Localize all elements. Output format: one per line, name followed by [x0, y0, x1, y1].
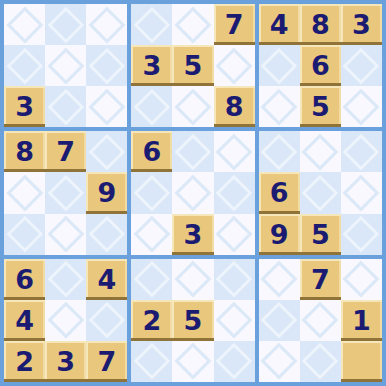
diamond-pattern — [175, 175, 212, 212]
diamond-pattern — [261, 302, 298, 339]
diamond-pattern — [134, 343, 171, 380]
cell-r1c2[interactable] — [45, 4, 86, 45]
cell-r8c2[interactable] — [45, 300, 86, 341]
cell-r4c6[interactable] — [214, 131, 255, 172]
cell-r4c8[interactable] — [300, 131, 341, 172]
cell-r1c4[interactable] — [131, 4, 172, 45]
box-2-3: 695 — [259, 131, 382, 254]
diamond-pattern — [261, 134, 298, 171]
diamond-pattern — [302, 343, 339, 380]
diamond-pattern — [47, 216, 84, 253]
box-1-1: 3 — [4, 4, 127, 127]
cell-r3c9[interactable] — [341, 86, 382, 127]
cell-r8c5: 5 — [172, 300, 213, 341]
cell-r9c7[interactable] — [259, 341, 300, 382]
cell-r2c6[interactable] — [214, 45, 255, 86]
diamond-pattern — [216, 175, 253, 212]
diamond-pattern — [261, 343, 298, 380]
diamond-pattern — [216, 47, 253, 84]
diamond-pattern — [343, 134, 380, 171]
diamond-pattern — [134, 88, 171, 125]
cell-r2c7[interactable] — [259, 45, 300, 86]
diamond-pattern — [88, 134, 125, 171]
diamond-pattern — [343, 216, 380, 253]
diamond-pattern — [343, 175, 380, 212]
cell-r5c3: 9 — [86, 172, 127, 213]
box-3-2: 25 — [131, 259, 254, 382]
cell-r6c7: 9 — [259, 214, 300, 255]
box-2-2: 63 — [131, 131, 254, 254]
cell-r1c7: 4 — [259, 4, 300, 45]
cell-r3c3[interactable] — [86, 86, 127, 127]
box-2-1: 879 — [4, 131, 127, 254]
cell-r5c4[interactable] — [131, 172, 172, 213]
diamond-pattern — [6, 175, 43, 212]
cell-r5c1[interactable] — [4, 172, 45, 213]
cell-r9c8[interactable] — [300, 341, 341, 382]
cell-r9c3: 7 — [86, 341, 127, 382]
cell-r5c6[interactable] — [214, 172, 255, 213]
cell-r9c6[interactable] — [214, 341, 255, 382]
sudoku-board: 3735848365879636956442372571 — [0, 0, 386, 386]
cell-r3c2[interactable] — [45, 86, 86, 127]
cell-r7c9[interactable] — [341, 259, 382, 300]
cell-r6c8: 5 — [300, 214, 341, 255]
cell-r3c5[interactable] — [172, 86, 213, 127]
cell-r7c7[interactable] — [259, 259, 300, 300]
cell-r2c4: 3 — [131, 45, 172, 86]
cell-r9c1: 2 — [4, 341, 45, 382]
cell-r8c6[interactable] — [214, 300, 255, 341]
diamond-pattern — [6, 216, 43, 253]
cell-r8c7[interactable] — [259, 300, 300, 341]
diamond-pattern — [134, 216, 171, 253]
cell-r7c3: 4 — [86, 259, 127, 300]
diamond-pattern — [88, 88, 125, 125]
diamond-pattern — [88, 302, 125, 339]
diamond-pattern — [6, 6, 43, 43]
cell-r1c9: 3 — [341, 4, 382, 45]
diamond-pattern — [175, 88, 212, 125]
cell-r8c1: 4 — [4, 300, 45, 341]
diamond-pattern — [88, 47, 125, 84]
box-3-3: 71 — [259, 259, 382, 382]
cell-r2c1[interactable] — [4, 45, 45, 86]
cell-r2c9[interactable] — [341, 45, 382, 86]
cell-r1c1[interactable] — [4, 4, 45, 45]
diamond-pattern — [47, 6, 84, 43]
cell-r7c1: 6 — [4, 259, 45, 300]
cell-r1c8: 8 — [300, 4, 341, 45]
cell-r6c9[interactable] — [341, 214, 382, 255]
cell-r4c4: 6 — [131, 131, 172, 172]
diamond-pattern — [261, 47, 298, 84]
cell-r9c4[interactable] — [131, 341, 172, 382]
cell-r8c3[interactable] — [86, 300, 127, 341]
diamond-pattern — [302, 175, 339, 212]
diamond-pattern — [175, 343, 212, 380]
cell-r7c8: 7 — [300, 259, 341, 300]
cell-r4c2: 7 — [45, 131, 86, 172]
diamond-pattern — [6, 47, 43, 84]
diamond-pattern — [88, 6, 125, 43]
box-1-2: 7358 — [131, 4, 254, 127]
cell-r5c9[interactable] — [341, 172, 382, 213]
cell-r7c6[interactable] — [214, 259, 255, 300]
cell-r2c3[interactable] — [86, 45, 127, 86]
diamond-pattern — [134, 261, 171, 298]
diamond-pattern — [216, 302, 253, 339]
cell-r6c1[interactable] — [4, 214, 45, 255]
box-3-1: 644237 — [4, 259, 127, 382]
cell-r8c8[interactable] — [300, 300, 341, 341]
cell-r4c9[interactable] — [341, 131, 382, 172]
diamond-pattern — [134, 6, 171, 43]
diamond-pattern — [134, 175, 171, 212]
diamond-pattern — [261, 88, 298, 125]
cell-r3c1: 3 — [4, 86, 45, 127]
diamond-pattern — [216, 216, 253, 253]
cell-r5c8[interactable] — [300, 172, 341, 213]
cell-r3c4[interactable] — [131, 86, 172, 127]
cell-r5c5[interactable] — [172, 172, 213, 213]
diamond-pattern — [343, 88, 380, 125]
cell-r6c5: 3 — [172, 214, 213, 255]
cell-r3c6: 8 — [214, 86, 255, 127]
diamond-pattern — [343, 47, 380, 84]
cell-r4c7[interactable] — [259, 131, 300, 172]
cell-r8c9: 1 — [341, 300, 382, 341]
diamond-pattern — [175, 6, 212, 43]
cell-r2c5: 5 — [172, 45, 213, 86]
cell-r1c5[interactable] — [172, 4, 213, 45]
cell-r6c4[interactable] — [131, 214, 172, 255]
cell-r6c6[interactable] — [214, 214, 255, 255]
cell-r4c1: 8 — [4, 131, 45, 172]
cell-r1c6: 7 — [214, 4, 255, 45]
diamond-pattern — [88, 216, 125, 253]
cell-r3c7[interactable] — [259, 86, 300, 127]
cell-r2c8: 6 — [300, 45, 341, 86]
cell-r7c2[interactable] — [45, 259, 86, 300]
cell-r7c5[interactable] — [172, 259, 213, 300]
cell-r5c2[interactable] — [45, 172, 86, 213]
diamond-pattern — [47, 175, 84, 212]
diamond-pattern — [302, 134, 339, 171]
cell-r2c2[interactable] — [45, 45, 86, 86]
diamond-pattern — [47, 47, 84, 84]
diamond-pattern — [261, 261, 298, 298]
diamond-pattern — [175, 261, 212, 298]
cell-r9c9 — [341, 341, 382, 382]
cell-r3c8: 5 — [300, 86, 341, 127]
cell-r8c4: 2 — [131, 300, 172, 341]
diamond-pattern — [343, 261, 380, 298]
box-1-3: 48365 — [259, 4, 382, 127]
cell-r4c3[interactable] — [86, 131, 127, 172]
diamond-pattern — [47, 88, 84, 125]
cell-r5c7: 6 — [259, 172, 300, 213]
diamond-pattern — [302, 302, 339, 339]
diamond-pattern — [216, 261, 253, 298]
diamond-pattern — [47, 302, 84, 339]
diamond-pattern — [216, 134, 253, 171]
cell-r9c5[interactable] — [172, 341, 213, 382]
diamond-pattern — [47, 261, 84, 298]
cell-r1c3[interactable] — [86, 4, 127, 45]
cell-r4c5[interactable] — [172, 131, 213, 172]
cell-r7c4[interactable] — [131, 259, 172, 300]
cell-r6c3[interactable] — [86, 214, 127, 255]
cell-r6c2[interactable] — [45, 214, 86, 255]
cell-r9c2: 3 — [45, 341, 86, 382]
diamond-pattern — [175, 134, 212, 171]
diamond-pattern — [216, 343, 253, 380]
